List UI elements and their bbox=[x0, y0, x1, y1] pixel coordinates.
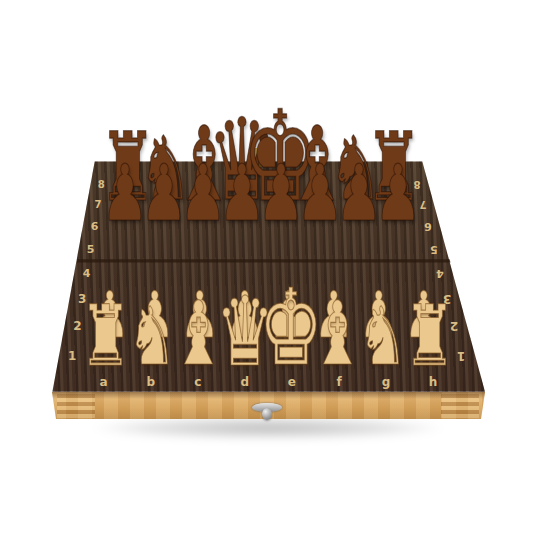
rook-glyph: ♜ bbox=[81, 294, 132, 378]
rank-label-right-1: 1 bbox=[457, 349, 465, 363]
rank-label-left-6: 6 bbox=[91, 219, 99, 232]
rook-glyph: ♜ bbox=[404, 294, 455, 378]
rank-label-left-5: 5 bbox=[87, 242, 95, 255]
rank-label-left-1: 1 bbox=[68, 349, 76, 363]
wooden-chess-set-photo: abcdefgh1122334455667788 ♜♞♝♛♚♝♞♜♟♟♟♟♟♟♟… bbox=[0, 0, 533, 533]
bishop-glyph: ♝ bbox=[310, 290, 364, 378]
knight-glyph: ♞ bbox=[128, 297, 177, 377]
box-clasp-knob bbox=[262, 408, 272, 420]
knight-glyph: ♞ bbox=[359, 297, 408, 377]
box-finger-joint-right bbox=[441, 394, 479, 418]
box-finger-joint-left bbox=[57, 394, 95, 418]
pawn-glyph: ♟ bbox=[374, 154, 422, 232]
rank-label-right-6: 6 bbox=[424, 219, 432, 232]
rank-label-right-5: 5 bbox=[430, 242, 438, 255]
